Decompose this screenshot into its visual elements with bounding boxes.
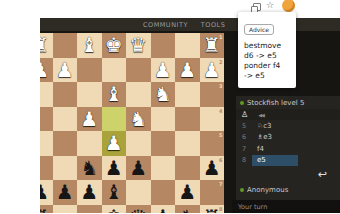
square-f8[interactable] bbox=[77, 205, 102, 214]
status-bar: Your turn bbox=[232, 200, 340, 213]
game-sidebar: Stockfish level 5 ♙ ◀◀ 5♘c36♗e37f48e5 ↩ … bbox=[236, 96, 340, 200]
takeback-row: ↩ bbox=[236, 166, 340, 183]
advice-button[interactable]: Advice bbox=[244, 24, 274, 35]
black-pawn[interactable]: ♟ bbox=[175, 180, 200, 205]
square-g8[interactable] bbox=[53, 205, 78, 214]
rank-label: 7 bbox=[219, 181, 222, 187]
square-d6[interactable]: ♟ bbox=[126, 156, 151, 181]
square-g1[interactable] bbox=[53, 33, 78, 58]
white-rook[interactable]: ♜ bbox=[40, 33, 53, 58]
black-pawn[interactable]: ♟ bbox=[40, 180, 53, 205]
online-dot bbox=[240, 101, 244, 105]
move-row: 8e5 bbox=[236, 155, 340, 167]
square-g7[interactable]: ♟ bbox=[53, 180, 78, 205]
white-pawn[interactable]: ♟ bbox=[77, 107, 102, 132]
square-a3[interactable]: 3 bbox=[200, 82, 225, 107]
square-h3[interactable] bbox=[40, 82, 53, 107]
square-f2[interactable] bbox=[77, 58, 102, 83]
square-b4[interactable] bbox=[175, 107, 200, 132]
chess-board[interactable]: ♜♝♚♛♜1♟♟♟♟♟2♝♞3♟♞4♟5♞♟♟♟6♟♟♟♝♟7♜♚♛♝♞♜8 bbox=[40, 33, 224, 213]
square-c1[interactable] bbox=[151, 33, 176, 58]
square-d1[interactable]: ♛ bbox=[126, 33, 151, 58]
opponent-row: Stockfish level 5 bbox=[236, 96, 340, 109]
player-name: Anonymous bbox=[247, 186, 288, 194]
black-pawn[interactable]: ♟ bbox=[126, 156, 151, 181]
square-d8[interactable]: ♛ bbox=[126, 205, 151, 214]
move-row: 6♗e3 bbox=[236, 132, 340, 144]
white-pawn[interactable]: ♟ bbox=[102, 131, 127, 156]
move-white[interactable]: ♗e3 bbox=[252, 132, 298, 144]
advice-line: bestmove bbox=[244, 41, 296, 51]
square-b5[interactable] bbox=[175, 131, 200, 156]
white-knight[interactable]: ♞ bbox=[151, 82, 176, 107]
square-e8[interactable]: ♚ bbox=[102, 205, 127, 214]
white-bishop[interactable]: ♝ bbox=[77, 33, 102, 58]
star-icon[interactable]: ☆ bbox=[266, 0, 274, 11]
square-e7[interactable]: ♝ bbox=[102, 180, 127, 205]
square-h2[interactable]: ♟ bbox=[40, 58, 53, 83]
square-f5[interactable] bbox=[77, 131, 102, 156]
square-g5[interactable] bbox=[53, 131, 78, 156]
square-h8[interactable]: ♜ bbox=[40, 205, 53, 214]
square-b6[interactable] bbox=[175, 156, 200, 181]
square-a1[interactable]: ♜1 bbox=[200, 33, 225, 58]
square-h5[interactable] bbox=[40, 131, 53, 156]
rank-label: 6 bbox=[219, 157, 222, 163]
player-row: Anonymous bbox=[236, 183, 340, 196]
black-pawn[interactable]: ♟ bbox=[102, 156, 127, 181]
black-pawn[interactable]: ♟ bbox=[77, 180, 102, 205]
square-c3[interactable]: ♞ bbox=[151, 82, 176, 107]
square-d3[interactable] bbox=[126, 82, 151, 107]
black-pawn[interactable]: ♟ bbox=[53, 180, 78, 205]
rank-label: 8 bbox=[219, 206, 222, 212]
turn-status: Your turn bbox=[238, 203, 267, 211]
square-h7[interactable]: ♟ bbox=[40, 180, 53, 205]
square-c7[interactable] bbox=[151, 180, 176, 205]
square-g4[interactable] bbox=[53, 107, 78, 132]
square-f4[interactable]: ♟ bbox=[77, 107, 102, 132]
extension-avatar[interactable] bbox=[282, 0, 295, 12]
square-h6[interactable] bbox=[40, 156, 53, 181]
rank-label: 3 bbox=[219, 83, 222, 89]
move-white[interactable]: f4 bbox=[252, 143, 298, 155]
square-c2[interactable]: ♟ bbox=[151, 58, 176, 83]
rank-label: 2 bbox=[219, 59, 222, 65]
move-white[interactable]: e5 bbox=[252, 155, 298, 167]
square-g3[interactable] bbox=[53, 82, 78, 107]
black-bishop[interactable]: ♝ bbox=[151, 205, 176, 214]
white-bishop[interactable]: ♝ bbox=[102, 82, 127, 107]
move-number: 5 bbox=[236, 122, 252, 130]
advice-line: d6 -> e5 bbox=[244, 51, 296, 61]
nav-item-community[interactable]: COMMUNITY bbox=[143, 21, 188, 29]
square-a7[interactable]: 7 bbox=[200, 180, 225, 205]
square-f6[interactable]: ♞ bbox=[77, 156, 102, 181]
square-e3[interactable]: ♝ bbox=[102, 82, 127, 107]
square-b8[interactable]: ♞ bbox=[175, 205, 200, 214]
move-number: 6 bbox=[236, 133, 252, 141]
square-d5[interactable] bbox=[126, 131, 151, 156]
advice-line: ponder f4 bbox=[244, 61, 296, 71]
pages-icon[interactable] bbox=[253, 3, 261, 11]
square-c8[interactable]: ♝ bbox=[151, 205, 176, 214]
square-e6[interactable]: ♟ bbox=[102, 156, 127, 181]
square-b7[interactable]: ♟ bbox=[175, 180, 200, 205]
white-pawn[interactable]: ♟ bbox=[151, 58, 176, 83]
browser-toolbar: ☆ bbox=[0, 0, 340, 12]
extension-popup: Advice bestmove d6 -> e5 ponder f4 -> e5 bbox=[238, 12, 296, 88]
movelist-header: ♙ ◀◀ bbox=[236, 109, 340, 120]
square-a6[interactable]: ♟6 bbox=[200, 156, 225, 181]
square-b2[interactable]: ♟ bbox=[175, 58, 200, 83]
white-pawn[interactable]: ♟ bbox=[53, 58, 78, 83]
white-pawn[interactable]: ♟ bbox=[175, 58, 200, 83]
nav-item-tools[interactable]: TOOLS bbox=[201, 21, 225, 29]
square-f3[interactable] bbox=[77, 82, 102, 107]
pawn-icon: ♙ bbox=[241, 109, 248, 120]
online-dot bbox=[240, 188, 244, 192]
square-d4[interactable]: ♞ bbox=[126, 107, 151, 132]
square-c4[interactable] bbox=[151, 107, 176, 132]
opponent-name: Stockfish level 5 bbox=[247, 99, 304, 107]
black-rook[interactable]: ♜ bbox=[40, 205, 53, 214]
black-bishop[interactable]: ♝ bbox=[102, 180, 127, 205]
square-c6[interactable] bbox=[151, 156, 176, 181]
square-e5[interactable]: ♟ bbox=[102, 131, 127, 156]
square-a8[interactable]: ♜8 bbox=[200, 205, 225, 214]
move-white[interactable]: ♘c3 bbox=[252, 120, 298, 132]
engine-advice-text: bestmove d6 -> e5 ponder f4 -> e5 bbox=[244, 41, 296, 81]
move-row: 7f4 bbox=[236, 143, 340, 155]
rewind-icon[interactable]: ◀◀ bbox=[258, 112, 264, 118]
takeback-icon[interactable]: ↩ bbox=[318, 169, 327, 180]
square-g2[interactable]: ♟ bbox=[53, 58, 78, 83]
rank-label: 5 bbox=[219, 132, 222, 138]
square-f7[interactable]: ♟ bbox=[77, 180, 102, 205]
square-c5[interactable] bbox=[151, 131, 176, 156]
square-e4[interactable] bbox=[102, 107, 127, 132]
square-d7[interactable] bbox=[126, 180, 151, 205]
square-f1[interactable]: ♝ bbox=[77, 33, 102, 58]
white-knight[interactable]: ♞ bbox=[126, 107, 151, 132]
advice-line: -> e5 bbox=[244, 71, 296, 81]
black-knight[interactable]: ♞ bbox=[175, 205, 200, 214]
move-number: 8 bbox=[236, 156, 252, 164]
square-a5[interactable]: 5 bbox=[200, 131, 225, 156]
move-list: 5♘c36♗e37f48e5 bbox=[236, 120, 340, 166]
square-a2[interactable]: ♟2 bbox=[200, 58, 225, 83]
square-b3[interactable] bbox=[175, 82, 200, 107]
square-b1[interactable] bbox=[175, 33, 200, 58]
square-g6[interactable] bbox=[53, 156, 78, 181]
move-row: 5♘c3 bbox=[236, 120, 340, 132]
square-a4[interactable]: 4 bbox=[200, 107, 225, 132]
black-knight[interactable]: ♞ bbox=[77, 156, 102, 181]
white-pawn[interactable]: ♟ bbox=[40, 58, 53, 83]
square-h4[interactable] bbox=[40, 107, 53, 132]
white-queen[interactable]: ♛ bbox=[126, 33, 151, 58]
rank-label: 1 bbox=[219, 34, 222, 40]
square-d2[interactable] bbox=[126, 58, 151, 83]
black-king[interactable]: ♚ bbox=[102, 205, 127, 214]
square-e1[interactable]: ♚ bbox=[102, 33, 127, 58]
square-e2[interactable] bbox=[102, 58, 127, 83]
black-queen[interactable]: ♛ bbox=[126, 205, 151, 214]
white-king[interactable]: ♚ bbox=[102, 33, 127, 58]
rank-label: 4 bbox=[219, 108, 222, 114]
move-number: 7 bbox=[236, 145, 252, 153]
square-h1[interactable]: ♜ bbox=[40, 33, 53, 58]
